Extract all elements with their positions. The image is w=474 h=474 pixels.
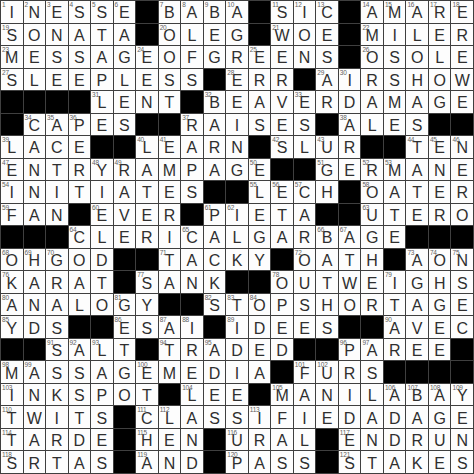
- grid-cell[interactable]: N: [181, 429, 203, 451]
- grid-cell[interactable]: N: [181, 271, 203, 293]
- grid-cell[interactable]: E: [181, 361, 203, 383]
- grid-cell[interactable]: S: [91, 406, 113, 428]
- grid-cell[interactable]: L: [114, 69, 136, 91]
- grid-cell[interactable]: 121S: [339, 451, 361, 473]
- grid-cell[interactable]: D: [384, 406, 406, 428]
- grid-cell[interactable]: D: [204, 361, 226, 383]
- grid-cell[interactable]: 6E: [114, 1, 136, 23]
- grid-cell[interactable]: 41E: [159, 136, 181, 158]
- grid-cell[interactable]: E: [406, 339, 428, 361]
- grid-cell[interactable]: D: [339, 91, 361, 113]
- grid-cell[interactable]: 32B: [204, 91, 226, 113]
- grid-cell[interactable]: A: [69, 451, 91, 473]
- grid-cell[interactable]: V: [271, 91, 293, 113]
- grid-cell[interactable]: 117E: [339, 429, 361, 451]
- grid-cell[interactable]: A: [24, 429, 46, 451]
- grid-cell[interactable]: 30I: [339, 69, 361, 91]
- grid-cell[interactable]: 21W: [271, 24, 293, 46]
- grid-cell[interactable]: 98M: [1, 361, 23, 383]
- grid-cell[interactable]: S: [294, 114, 316, 136]
- grid-cell[interactable]: 5S: [91, 1, 113, 23]
- grid-cell[interactable]: T: [91, 271, 113, 293]
- grid-cell[interactable]: 65C: [181, 226, 203, 248]
- grid-cell[interactable]: W: [339, 271, 361, 293]
- grid-cell[interactable]: A: [24, 271, 46, 293]
- grid-cell[interactable]: 46N: [451, 136, 473, 158]
- grid-cell[interactable]: U: [294, 271, 316, 293]
- grid-cell[interactable]: T: [361, 451, 383, 473]
- grid-cell[interactable]: G: [406, 271, 428, 293]
- grid-cell[interactable]: E: [159, 429, 181, 451]
- grid-cell[interactable]: 70G: [46, 249, 68, 271]
- grid-cell[interactable]: G: [361, 226, 383, 248]
- grid-cell[interactable]: 34C: [24, 114, 46, 136]
- grid-cell[interactable]: E: [429, 451, 451, 473]
- grid-cell[interactable]: 83T: [226, 294, 248, 316]
- grid-cell[interactable]: E: [114, 226, 136, 248]
- grid-cell[interactable]: D: [69, 429, 91, 451]
- grid-cell[interactable]: R: [271, 69, 293, 91]
- grid-cell[interactable]: 1I: [1, 1, 23, 23]
- grid-cell[interactable]: I: [294, 406, 316, 428]
- grid-cell[interactable]: A: [271, 429, 293, 451]
- grid-cell[interactable]: V: [114, 204, 136, 226]
- grid-cell[interactable]: N: [24, 384, 46, 406]
- grid-cell[interactable]: 112L: [159, 406, 181, 428]
- grid-cell[interactable]: E: [114, 91, 136, 113]
- grid-cell[interactable]: 16A: [406, 1, 428, 23]
- grid-cell[interactable]: A: [114, 24, 136, 46]
- grid-cell[interactable]: 13C: [316, 1, 338, 23]
- grid-cell[interactable]: E: [451, 406, 473, 428]
- grid-cell[interactable]: 62I: [226, 204, 248, 226]
- grid-cell[interactable]: 27S: [1, 69, 23, 91]
- grid-cell[interactable]: L: [226, 226, 248, 248]
- grid-cell[interactable]: O: [159, 46, 181, 68]
- grid-cell[interactable]: 56E: [271, 181, 293, 203]
- grid-cell[interactable]: 86E: [114, 316, 136, 338]
- grid-cell[interactable]: T: [69, 181, 91, 203]
- grid-cell[interactable]: S: [181, 69, 203, 91]
- grid-cell[interactable]: E: [204, 384, 226, 406]
- grid-cell[interactable]: S: [226, 406, 248, 428]
- grid-cell[interactable]: G: [204, 46, 226, 68]
- grid-cell[interactable]: E: [294, 316, 316, 338]
- grid-cell[interactable]: 95A: [204, 339, 226, 361]
- grid-cell[interactable]: I: [226, 114, 248, 136]
- grid-cell[interactable]: 77S: [136, 271, 158, 293]
- grid-cell[interactable]: I: [46, 406, 68, 428]
- grid-cell[interactable]: V: [406, 316, 428, 338]
- grid-cell[interactable]: 72O: [294, 249, 316, 271]
- grid-cell[interactable]: 52R: [361, 159, 383, 181]
- grid-cell[interactable]: E: [91, 429, 113, 451]
- grid-cell[interactable]: E: [271, 316, 293, 338]
- grid-cell[interactable]: P: [271, 294, 293, 316]
- grid-cell[interactable]: T: [271, 204, 293, 226]
- grid-cell[interactable]: A: [181, 249, 203, 271]
- grid-cell[interactable]: 10A: [226, 1, 248, 23]
- grid-cell[interactable]: 69H: [24, 249, 46, 271]
- grid-cell[interactable]: A: [361, 91, 383, 113]
- grid-cell[interactable]: 36P: [69, 114, 91, 136]
- grid-cell[interactable]: R: [339, 136, 361, 158]
- grid-cell[interactable]: R: [204, 136, 226, 158]
- grid-cell[interactable]: 102U: [316, 361, 338, 383]
- grid-cell[interactable]: S: [271, 451, 293, 473]
- grid-cell[interactable]: S: [294, 451, 316, 473]
- grid-cell[interactable]: I: [384, 24, 406, 46]
- grid-cell[interactable]: 31L: [91, 91, 113, 113]
- grid-cell[interactable]: 78O: [271, 271, 293, 293]
- grid-cell[interactable]: 119A: [136, 451, 158, 473]
- grid-cell[interactable]: E: [429, 316, 451, 338]
- grid-cell[interactable]: C: [451, 316, 473, 338]
- grid-cell[interactable]: 74O: [429, 249, 451, 271]
- grid-cell[interactable]: L: [24, 69, 46, 91]
- grid-cell[interactable]: A: [114, 181, 136, 203]
- grid-cell[interactable]: D: [24, 316, 46, 338]
- grid-cell[interactable]: Y: [249, 249, 271, 271]
- grid-cell[interactable]: L: [361, 114, 383, 136]
- grid-cell[interactable]: E: [91, 114, 113, 136]
- grid-cell[interactable]: 42S: [271, 136, 293, 158]
- grid-cell[interactable]: 55L: [249, 181, 271, 203]
- grid-cell[interactable]: 58O: [361, 181, 383, 203]
- grid-cell[interactable]: 45E: [429, 136, 451, 158]
- grid-cell[interactable]: T: [46, 451, 68, 473]
- grid-cell[interactable]: G: [429, 91, 451, 113]
- grid-cell[interactable]: R: [316, 91, 338, 113]
- grid-cell[interactable]: D: [226, 339, 248, 361]
- grid-cell[interactable]: G: [226, 24, 248, 46]
- grid-cell[interactable]: 19S: [1, 24, 23, 46]
- grid-cell[interactable]: R: [249, 429, 271, 451]
- grid-cell[interactable]: A: [294, 384, 316, 406]
- grid-cell[interactable]: 110T: [1, 406, 23, 428]
- grid-cell[interactable]: R: [361, 69, 383, 91]
- grid-cell[interactable]: E: [271, 46, 293, 68]
- grid-cell[interactable]: 81G: [114, 294, 136, 316]
- grid-cell[interactable]: R: [69, 159, 91, 181]
- grid-cell[interactable]: K: [406, 451, 428, 473]
- grid-cell[interactable]: 93L: [91, 339, 113, 361]
- grid-cell[interactable]: E: [249, 204, 271, 226]
- grid-cell[interactable]: R: [361, 294, 383, 316]
- grid-cell[interactable]: 33E: [294, 91, 316, 113]
- grid-cell[interactable]: E: [204, 24, 226, 46]
- grid-cell[interactable]: E: [249, 339, 271, 361]
- grid-cell[interactable]: R: [451, 181, 473, 203]
- grid-cell[interactable]: 106A: [384, 384, 406, 406]
- grid-cell[interactable]: 103I: [1, 384, 23, 406]
- grid-cell[interactable]: S: [181, 181, 203, 203]
- grid-cell[interactable]: 67A: [339, 226, 361, 248]
- grid-cell[interactable]: E: [339, 159, 361, 181]
- grid-cell[interactable]: S: [406, 114, 428, 136]
- grid-cell[interactable]: E: [46, 69, 68, 91]
- grid-cell[interactable]: A: [136, 159, 158, 181]
- grid-cell[interactable]: R: [24, 451, 46, 473]
- grid-cell[interactable]: 115H: [136, 429, 158, 451]
- grid-cell[interactable]: S: [249, 114, 271, 136]
- grid-cell[interactable]: S: [69, 361, 91, 383]
- grid-cell[interactable]: L: [91, 226, 113, 248]
- grid-cell[interactable]: W: [451, 69, 473, 91]
- grid-cell[interactable]: 101F: [294, 361, 316, 383]
- grid-cell[interactable]: O: [294, 24, 316, 46]
- grid-cell[interactable]: N: [429, 159, 451, 181]
- grid-cell[interactable]: S: [294, 294, 316, 316]
- grid-cell[interactable]: 66B: [316, 226, 338, 248]
- grid-cell[interactable]: M: [384, 91, 406, 113]
- grid-cell[interactable]: E: [429, 181, 451, 203]
- grid-cell[interactable]: A: [384, 181, 406, 203]
- grid-cell[interactable]: S: [91, 451, 113, 473]
- grid-cell[interactable]: M: [159, 361, 181, 383]
- grid-cell[interactable]: S: [451, 451, 473, 473]
- grid-cell[interactable]: A: [406, 406, 428, 428]
- grid-cell[interactable]: 26O: [361, 46, 383, 68]
- grid-cell[interactable]: T: [136, 181, 158, 203]
- grid-cell[interactable]: O: [69, 249, 91, 271]
- grid-cell[interactable]: N: [24, 159, 46, 181]
- grid-cell[interactable]: N: [226, 136, 248, 158]
- grid-cell[interactable]: 7B: [159, 1, 181, 23]
- grid-cell[interactable]: E: [316, 406, 338, 428]
- grid-cell[interactable]: H: [316, 294, 338, 316]
- grid-cell[interactable]: R: [339, 361, 361, 383]
- grid-cell[interactable]: K: [46, 384, 68, 406]
- grid-cell[interactable]: D: [271, 339, 293, 361]
- grid-cell[interactable]: D: [339, 406, 361, 428]
- grid-cell[interactable]: A: [249, 361, 271, 383]
- grid-cell[interactable]: 111C: [136, 406, 158, 428]
- grid-cell[interactable]: 53M: [384, 159, 406, 181]
- grid-cell[interactable]: D: [181, 451, 203, 473]
- grid-cell[interactable]: E: [226, 384, 248, 406]
- grid-cell[interactable]: 12I: [294, 1, 316, 23]
- grid-cell[interactable]: 116U: [226, 429, 248, 451]
- grid-cell[interactable]: A: [91, 361, 113, 383]
- grid-cell[interactable]: S: [46, 361, 68, 383]
- grid-cell[interactable]: O: [429, 69, 451, 91]
- grid-cell[interactable]: 25E: [249, 46, 271, 68]
- grid-cell[interactable]: R: [384, 339, 406, 361]
- grid-cell[interactable]: R: [46, 271, 68, 293]
- grid-cell[interactable]: R: [226, 46, 248, 68]
- grid-cell[interactable]: R: [159, 204, 181, 226]
- grid-cell[interactable]: 99A: [24, 361, 46, 383]
- grid-cell[interactable]: 44T: [406, 136, 428, 158]
- grid-cell[interactable]: T: [406, 181, 428, 203]
- grid-cell[interactable]: 43U: [316, 136, 338, 158]
- grid-cell[interactable]: 109Y: [451, 384, 473, 406]
- grid-cell[interactable]: 100E: [136, 361, 158, 383]
- grid-cell[interactable]: R: [136, 226, 158, 248]
- grid-cell[interactable]: 108A: [429, 384, 451, 406]
- grid-cell[interactable]: T: [46, 159, 68, 181]
- grid-cell[interactable]: 9B: [204, 1, 226, 23]
- grid-cell[interactable]: 35A: [46, 114, 68, 136]
- grid-cell[interactable]: A: [294, 204, 316, 226]
- grid-cell[interactable]: G: [114, 361, 136, 383]
- grid-cell[interactable]: 64C: [69, 226, 91, 248]
- grid-cell[interactable]: A: [271, 226, 293, 248]
- grid-cell[interactable]: P: [91, 69, 113, 91]
- grid-cell[interactable]: 75N: [451, 249, 473, 271]
- grid-cell[interactable]: 28E: [226, 69, 248, 91]
- grid-cell[interactable]: A: [204, 114, 226, 136]
- grid-cell[interactable]: T: [69, 406, 91, 428]
- grid-cell[interactable]: E: [136, 69, 158, 91]
- grid-cell[interactable]: A: [406, 159, 428, 181]
- grid-cell[interactable]: 38A: [339, 114, 361, 136]
- grid-cell[interactable]: N: [24, 181, 46, 203]
- grid-cell[interactable]: G: [226, 159, 248, 181]
- grid-cell[interactable]: 57C: [294, 181, 316, 203]
- grid-cell[interactable]: 50E: [249, 159, 271, 181]
- grid-cell[interactable]: A: [406, 294, 428, 316]
- grid-cell[interactable]: E: [69, 136, 91, 158]
- grid-cell[interactable]: 59F: [1, 204, 23, 226]
- grid-cell[interactable]: L: [429, 46, 451, 68]
- grid-cell[interactable]: F: [181, 46, 203, 68]
- grid-cell[interactable]: T: [384, 204, 406, 226]
- grid-cell[interactable]: 22M: [361, 24, 383, 46]
- grid-cell[interactable]: I: [226, 361, 248, 383]
- grid-cell[interactable]: S: [361, 361, 383, 383]
- grid-cell[interactable]: A: [24, 136, 46, 158]
- grid-cell[interactable]: O: [114, 384, 136, 406]
- grid-cell[interactable]: H: [361, 249, 383, 271]
- grid-cell[interactable]: S: [451, 271, 473, 293]
- grid-cell[interactable]: L: [294, 429, 316, 451]
- grid-cell[interactable]: 24E: [136, 46, 158, 68]
- grid-cell[interactable]: E: [384, 226, 406, 248]
- grid-cell[interactable]: S: [69, 384, 91, 406]
- grid-cell[interactable]: 68O: [1, 249, 23, 271]
- grid-cell[interactable]: 118S: [1, 451, 23, 473]
- grid-cell[interactable]: T: [384, 294, 406, 316]
- grid-cell[interactable]: T: [91, 24, 113, 46]
- grid-cell[interactable]: H: [316, 181, 338, 203]
- grid-cell[interactable]: P: [181, 159, 203, 181]
- grid-cell[interactable]: 15M: [384, 1, 406, 23]
- grid-cell[interactable]: N: [46, 204, 68, 226]
- grid-cell[interactable]: 107B: [406, 384, 428, 406]
- grid-cell[interactable]: 39L: [1, 136, 23, 158]
- grid-cell[interactable]: R: [181, 339, 203, 361]
- grid-cell[interactable]: A: [361, 406, 383, 428]
- grid-cell[interactable]: 54I: [1, 181, 23, 203]
- grid-cell[interactable]: N: [451, 429, 473, 451]
- grid-cell[interactable]: 61P: [204, 204, 226, 226]
- grid-cell[interactable]: 104L: [181, 384, 203, 406]
- grid-cell[interactable]: 48Y: [91, 159, 113, 181]
- grid-cell[interactable]: L: [361, 384, 383, 406]
- grid-cell[interactable]: 114T: [1, 429, 23, 451]
- grid-cell[interactable]: 113I: [249, 406, 271, 428]
- grid-cell[interactable]: P: [91, 384, 113, 406]
- grid-cell[interactable]: A: [316, 249, 338, 271]
- grid-cell[interactable]: G: [429, 406, 451, 428]
- grid-cell[interactable]: 97A: [361, 339, 383, 361]
- grid-cell[interactable]: L: [69, 294, 91, 316]
- grid-cell[interactable]: E: [384, 114, 406, 136]
- grid-cell[interactable]: 63U: [361, 204, 383, 226]
- grid-cell[interactable]: U: [429, 429, 451, 451]
- grid-cell[interactable]: 91S: [46, 339, 68, 361]
- grid-cell[interactable]: 14A: [361, 1, 383, 23]
- grid-cell[interactable]: H: [406, 69, 428, 91]
- grid-cell[interactable]: D: [384, 429, 406, 451]
- grid-cell[interactable]: A: [249, 451, 271, 473]
- grid-cell[interactable]: 2N: [24, 1, 46, 23]
- grid-cell[interactable]: 76K: [1, 271, 23, 293]
- grid-cell[interactable]: I: [91, 181, 113, 203]
- grid-cell[interactable]: N: [361, 429, 383, 451]
- grid-cell[interactable]: A: [24, 204, 46, 226]
- grid-cell[interactable]: R: [294, 226, 316, 248]
- grid-cell[interactable]: D: [249, 316, 271, 338]
- grid-cell[interactable]: I: [339, 384, 361, 406]
- grid-cell[interactable]: K: [204, 271, 226, 293]
- grid-cell[interactable]: 92A: [69, 339, 91, 361]
- grid-cell[interactable]: L: [181, 24, 203, 46]
- grid-cell[interactable]: G: [114, 46, 136, 68]
- grid-cell[interactable]: 37R: [181, 114, 203, 136]
- grid-cell[interactable]: R: [46, 429, 68, 451]
- grid-cell[interactable]: E: [451, 159, 473, 181]
- grid-cell[interactable]: S: [69, 46, 91, 68]
- grid-cell[interactable]: E: [429, 24, 451, 46]
- grid-cell[interactable]: D: [91, 249, 113, 271]
- grid-cell[interactable]: E: [406, 204, 428, 226]
- grid-cell[interactable]: S: [46, 316, 68, 338]
- grid-cell[interactable]: 84O: [249, 294, 271, 316]
- grid-cell[interactable]: S: [316, 316, 338, 338]
- grid-cell[interactable]: 96P: [339, 339, 361, 361]
- grid-cell[interactable]: M: [159, 159, 181, 181]
- grid-cell[interactable]: E: [429, 339, 451, 361]
- grid-cell[interactable]: F: [271, 406, 293, 428]
- grid-cell[interactable]: G: [429, 294, 451, 316]
- grid-cell[interactable]: S: [46, 46, 68, 68]
- grid-cell[interactable]: A: [159, 271, 181, 293]
- grid-cell[interactable]: R: [429, 204, 451, 226]
- grid-cell[interactable]: E: [451, 46, 473, 68]
- grid-cell[interactable]: C: [204, 249, 226, 271]
- grid-cell[interactable]: A: [204, 159, 226, 181]
- grid-cell[interactable]: R: [406, 429, 428, 451]
- grid-cell[interactable]: 47E: [1, 159, 23, 181]
- grid-cell[interactable]: S: [384, 46, 406, 68]
- grid-cell[interactable]: O: [24, 24, 46, 46]
- grid-cell[interactable]: L: [406, 24, 428, 46]
- grid-cell[interactable]: 60E: [91, 204, 113, 226]
- grid-cell[interactable]: N: [46, 24, 68, 46]
- grid-cell[interactable]: 120P: [226, 451, 248, 473]
- grid-cell[interactable]: O: [406, 46, 428, 68]
- grid-cell[interactable]: S: [136, 316, 158, 338]
- grid-cell[interactable]: 71T: [159, 249, 181, 271]
- grid-cell[interactable]: R: [451, 24, 473, 46]
- grid-cell[interactable]: N: [24, 294, 46, 316]
- grid-cell[interactable]: L: [294, 136, 316, 158]
- grid-cell[interactable]: S: [159, 69, 181, 91]
- grid-cell[interactable]: Y: [136, 294, 158, 316]
